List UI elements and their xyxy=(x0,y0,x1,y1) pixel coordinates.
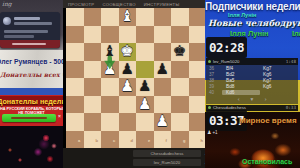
square-a6[interactable] xyxy=(66,43,84,61)
square-h8[interactable] xyxy=(189,8,207,26)
material-value: +1 xyxy=(212,130,217,135)
square-h7[interactable] xyxy=(189,26,207,44)
square-b2[interactable] xyxy=(84,113,102,131)
move-row[interactable]: 36Bf4Kg7 xyxy=(206,65,298,71)
player-tab-label: lev_Rum5020 xyxy=(154,160,181,165)
bottom-green-text: Остановилась xyxy=(242,158,292,165)
widget-text-line xyxy=(4,30,48,33)
sparks-video-area xyxy=(0,126,63,168)
square-g6[interactable]: ♚ xyxy=(171,43,189,61)
square-e8[interactable] xyxy=(136,8,154,26)
square-c3[interactable] xyxy=(101,96,119,114)
square-g7[interactable] xyxy=(171,26,189,44)
square-b8[interactable] xyxy=(84,8,102,26)
square-e4[interactable]: ♟ xyxy=(136,78,154,96)
move-black[interactable]: Kg6 xyxy=(260,72,297,77)
square-f8[interactable] xyxy=(154,8,172,26)
square-e3[interactable]: ♟ xyxy=(136,96,154,114)
square-d2[interactable] xyxy=(119,113,137,131)
white-pawn[interactable]: ♟ xyxy=(136,96,154,114)
white-pawn[interactable]: ♟ xyxy=(119,78,137,96)
stream-clock-top: 02:28 xyxy=(206,37,247,58)
move-black[interactable]: Kg7 xyxy=(260,66,297,71)
move-white[interactable]: Ba5 xyxy=(222,78,260,83)
widget-text-line xyxy=(14,22,52,25)
move-white[interactable]: Kd6 xyxy=(222,90,260,95)
square-h6[interactable] xyxy=(189,43,207,61)
player-tab-top[interactable]: Chessdudechess ⇵ xyxy=(133,150,201,157)
square-a8[interactable] xyxy=(66,8,84,26)
square-b5[interactable] xyxy=(84,61,102,79)
square-f2[interactable]: ♟ xyxy=(154,113,172,131)
square-a5[interactable] xyxy=(66,61,84,79)
black-pawn[interactable]: ♟ xyxy=(119,61,137,79)
move-nav-icon[interactable]: › xyxy=(264,96,266,102)
square-b4[interactable] xyxy=(84,78,102,96)
donation-widget[interactable] xyxy=(0,12,60,48)
player-name[interactable]: lev_Rum5020 xyxy=(213,59,286,64)
square-c2[interactable] xyxy=(101,113,119,131)
square-b6[interactable] xyxy=(84,43,102,61)
square-a1[interactable] xyxy=(66,131,84,149)
move-nav-icon[interactable]: ▾ xyxy=(251,96,254,102)
menu-item[interactable]: ПРОСМОТР xyxy=(68,2,94,7)
donor-caption-text: Донателлы всех черепах xyxy=(0,71,63,78)
player-bar-top[interactable]: lev_Rum5020 1:48 xyxy=(206,58,298,65)
move-black[interactable]: Kg6 xyxy=(260,84,297,89)
square-g2[interactable] xyxy=(171,113,189,131)
square-h5[interactable] xyxy=(189,61,207,79)
square-c5[interactable]: ♟ xyxy=(101,61,119,79)
move-number: 40 xyxy=(206,90,222,95)
right-stream-panel: Подписчики недели Ілля Лунін Новые челяб… xyxy=(205,0,300,168)
square-b7[interactable] xyxy=(84,26,102,44)
square-c8[interactable] xyxy=(101,8,119,26)
white-pawn[interactable]: ♟ xyxy=(154,113,172,131)
square-f1[interactable] xyxy=(154,131,172,149)
square-f7[interactable] xyxy=(154,26,172,44)
player-time: 0:33 xyxy=(286,105,296,110)
move-number: 39 xyxy=(206,84,222,89)
square-a4[interactable] xyxy=(66,78,84,96)
square-a3[interactable] xyxy=(66,96,84,114)
square-g1[interactable] xyxy=(171,131,189,149)
widget-text-line xyxy=(4,35,34,38)
white-king[interactable]: ♚ xyxy=(119,43,137,61)
square-b3[interactable] xyxy=(84,96,102,114)
chess-board[interactable]: ♝♝♚♚♟♟♟♟♟♟♟ xyxy=(66,8,206,148)
black-king[interactable]: ♚ xyxy=(171,43,189,61)
material-advantage: ♟ +1 xyxy=(207,129,218,135)
square-e2[interactable] xyxy=(136,113,154,131)
square-a7[interactable] xyxy=(66,26,84,44)
menu-item[interactable]: СООБЩЕСТВО xyxy=(102,2,135,7)
square-a2[interactable] xyxy=(66,113,84,131)
move-white[interactable]: Bd2 xyxy=(222,72,260,77)
square-f6[interactable] xyxy=(154,43,172,61)
move-row[interactable]: 37Bd2Kg6 xyxy=(206,71,298,77)
widget-footer-text xyxy=(12,43,46,46)
move-row[interactable]: 39Bd8Kg6 xyxy=(206,84,298,90)
square-g8[interactable] xyxy=(171,8,189,26)
move-number: 36 xyxy=(206,66,222,71)
pawn-icon: ♟ xyxy=(207,129,211,135)
site-menubar: ПРОСМОТРСООБЩЕСТВОИНСТРУМЕНТЫ xyxy=(63,0,213,8)
black-pawn[interactable]: ♟ xyxy=(154,61,172,79)
square-g4[interactable] xyxy=(171,78,189,96)
square-h3[interactable] xyxy=(189,96,207,114)
square-f4[interactable] xyxy=(154,78,172,96)
player-tab-label: Chessdudechess xyxy=(151,151,184,156)
square-e6[interactable] xyxy=(136,43,154,61)
left-donation-panel: ing Олег Румянцев - 500 Донателлы всех ч… xyxy=(0,0,63,168)
white-pawn[interactable]: ♟ xyxy=(101,61,119,79)
clock-top-digits: 02:28 xyxy=(209,40,244,55)
square-c6[interactable]: ♝ xyxy=(101,43,119,61)
donor-name-text: Олег Румянцев - 500 xyxy=(0,58,63,65)
square-d5[interactable]: ♟ xyxy=(119,61,137,79)
player-tab-bottom[interactable]: lev_Rum5020 ⇵ xyxy=(133,159,201,166)
widget-footer-bar xyxy=(0,40,60,48)
player-time: 1:48 xyxy=(286,59,296,64)
subscriber-name-partial: Іла xyxy=(292,29,300,38)
status-text: Мирное время xyxy=(239,116,297,125)
white-bishop[interactable]: ♝ xyxy=(119,8,137,26)
donate-button-label xyxy=(11,117,47,120)
square-e5[interactable] xyxy=(136,61,154,79)
square-f3[interactable] xyxy=(154,96,172,114)
online-dot-icon xyxy=(208,60,211,63)
flag-blue-stripe xyxy=(0,88,63,95)
move-nav-icon[interactable]: ‹ xyxy=(237,96,239,102)
subscribers-title: Подписчики недели xyxy=(205,1,300,12)
move-row[interactable]: 40Kd6 xyxy=(206,90,298,96)
square-h2[interactable] xyxy=(189,113,207,131)
widget-text-line xyxy=(14,17,40,20)
black-bishop[interactable]: ♝ xyxy=(101,43,119,61)
square-e1[interactable] xyxy=(136,131,154,149)
square-g5[interactable] xyxy=(171,61,189,79)
move-white[interactable]: Bf4 xyxy=(222,66,260,71)
square-d1[interactable] xyxy=(119,131,137,149)
move-number: 37 xyxy=(206,72,222,77)
square-b1[interactable] xyxy=(84,131,102,149)
online-dot-icon xyxy=(208,106,211,109)
menu-item[interactable]: ИНСТРУМЕНТЫ xyxy=(144,2,180,7)
close-icon[interactable]: × xyxy=(58,113,61,119)
square-g3[interactable] xyxy=(171,96,189,114)
square-d8[interactable]: ♝ xyxy=(119,8,137,26)
square-e7[interactable] xyxy=(136,26,154,44)
square-d7[interactable] xyxy=(119,26,137,44)
square-h1[interactable] xyxy=(189,131,207,149)
move-black[interactable]: Kg7 xyxy=(260,78,297,83)
square-c7[interactable] xyxy=(101,26,119,44)
square-d3[interactable] xyxy=(119,96,137,114)
stream-overlay: ing Олег Румянцев - 500 Донателлы всех ч… xyxy=(0,0,300,168)
flag-white-stripe xyxy=(0,50,63,88)
widget-avatar-icon xyxy=(3,17,11,25)
square-f5[interactable]: ♟ xyxy=(154,61,172,79)
move-navigation[interactable]: ‹▾› xyxy=(206,96,298,102)
move-row[interactable]: 38Ba5Kg7 xyxy=(206,77,298,83)
move-white[interactable]: Bd8 xyxy=(222,84,260,89)
square-d6[interactable]: ♚ xyxy=(119,43,137,61)
black-pawn[interactable]: ♟ xyxy=(136,78,154,96)
corner-text-fragment: ing xyxy=(2,0,12,7)
banner-text: Донателлы недели xyxy=(0,97,63,106)
square-h4[interactable] xyxy=(189,78,207,96)
donors-of-week-banner: Донателлы недели xyxy=(0,96,63,106)
headline-italic: Новые челябодрунчики: xyxy=(208,18,300,28)
move-number: 38 xyxy=(206,78,222,83)
under-board-panel: Chessdudechess ⇵ lev_Rum5020 ⇵ xyxy=(63,148,208,168)
square-c4[interactable] xyxy=(101,78,119,96)
square-d4[interactable]: ♟ xyxy=(119,78,137,96)
square-c1[interactable] xyxy=(101,131,119,149)
donate-button[interactable] xyxy=(2,114,56,122)
